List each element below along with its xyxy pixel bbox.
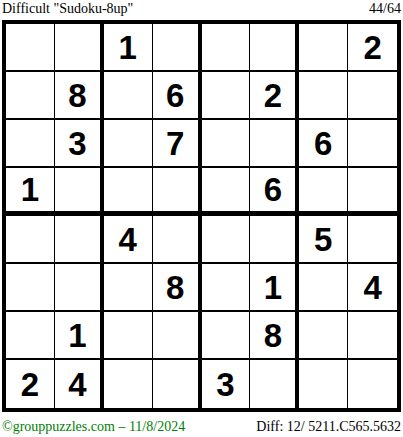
cell-r3c2-given-3: 3 — [55, 120, 104, 168]
cell-r1c4-empty[interactable] — [153, 24, 202, 72]
cell-r8c4-empty[interactable] — [153, 360, 202, 408]
cell-r8c7-empty[interactable] — [299, 360, 348, 408]
cell-r5c1-empty[interactable] — [6, 216, 55, 264]
cell-r6c1-empty[interactable] — [6, 264, 55, 312]
cell-r7c3-empty[interactable] — [104, 312, 153, 360]
cell-r2c6-given-2: 2 — [250, 72, 299, 120]
cell-r8c5-given-3: 3 — [202, 360, 251, 408]
cell-r5c5-empty[interactable] — [202, 216, 251, 264]
cell-r3c5-empty[interactable] — [202, 120, 251, 168]
cell-r5c4-empty[interactable] — [153, 216, 202, 264]
cell-r7c6-given-8: 8 — [250, 312, 299, 360]
cell-r5c3-given-4: 4 — [104, 216, 153, 264]
cell-r2c4-given-6: 6 — [153, 72, 202, 120]
cell-r2c5-empty[interactable] — [202, 72, 251, 120]
cell-r1c2-empty[interactable] — [55, 24, 104, 72]
cell-r4c8-empty[interactable] — [348, 168, 397, 216]
cell-r6c2-empty[interactable] — [55, 264, 104, 312]
cell-r2c1-empty[interactable] — [6, 72, 55, 120]
footer: ©grouppuzzles.com – 11/8/2024 Diff: 12/ … — [0, 419, 403, 435]
cell-r2c3-empty[interactable] — [104, 72, 153, 120]
cell-r1c6-empty[interactable] — [250, 24, 299, 72]
cell-r5c6-empty[interactable] — [250, 216, 299, 264]
cell-r7c5-empty[interactable] — [202, 312, 251, 360]
copyright-text: ©grouppuzzles.com – 11/8/2024 — [2, 419, 185, 435]
cell-r4c3-empty[interactable] — [104, 168, 153, 216]
cell-r4c2-empty[interactable] — [55, 168, 104, 216]
cell-r5c2-empty[interactable] — [55, 216, 104, 264]
cell-r8c1-given-2: 2 — [6, 360, 55, 408]
difficulty-text: Diff: 12/ 5211.C565.5632 — [256, 419, 401, 435]
cell-r2c2-given-8: 8 — [55, 72, 104, 120]
cell-r3c8-empty[interactable] — [348, 120, 397, 168]
cell-r6c8-given-4: 4 — [348, 264, 397, 312]
cell-r3c4-given-7: 7 — [153, 120, 202, 168]
cell-r8c2-given-4: 4 — [55, 360, 104, 408]
puzzle-number: 44/64 — [369, 1, 401, 17]
sudoku-page: Difficult "Sudoku-8up" 44/64 12862376164… — [0, 0, 403, 437]
cell-r6c4-given-8: 8 — [153, 264, 202, 312]
cell-r7c1-empty[interactable] — [6, 312, 55, 360]
cell-r7c2-given-1: 1 — [55, 312, 104, 360]
cell-r3c6-empty[interactable] — [250, 120, 299, 168]
cell-r8c6-empty[interactable] — [250, 360, 299, 408]
cell-r5c7-given-5: 5 — [299, 216, 348, 264]
cell-r6c3-empty[interactable] — [104, 264, 153, 312]
cell-r3c7-given-6: 6 — [299, 120, 348, 168]
cell-r3c3-empty[interactable] — [104, 120, 153, 168]
cell-r2c8-empty[interactable] — [348, 72, 397, 120]
cell-r1c3-given-1: 1 — [104, 24, 153, 72]
cell-r1c7-empty[interactable] — [299, 24, 348, 72]
header: Difficult "Sudoku-8up" 44/64 — [0, 0, 403, 20]
cell-r6c6-given-1: 1 — [250, 264, 299, 312]
cell-r4c7-empty[interactable] — [299, 168, 348, 216]
cell-r6c7-empty[interactable] — [299, 264, 348, 312]
cell-r1c5-empty[interactable] — [202, 24, 251, 72]
cell-r4c1-given-1: 1 — [6, 168, 55, 216]
cell-r2c7-empty[interactable] — [299, 72, 348, 120]
cell-r8c3-empty[interactable] — [104, 360, 153, 408]
cell-r4c6-given-6: 6 — [250, 168, 299, 216]
cell-r6c5-empty[interactable] — [202, 264, 251, 312]
cell-r5c8-empty[interactable] — [348, 216, 397, 264]
cell-r4c5-empty[interactable] — [202, 168, 251, 216]
cell-r8c8-empty[interactable] — [348, 360, 397, 408]
cell-r3c1-empty[interactable] — [6, 120, 55, 168]
cell-r7c8-empty[interactable] — [348, 312, 397, 360]
cell-r1c1-empty[interactable] — [6, 24, 55, 72]
cell-r7c7-empty[interactable] — [299, 312, 348, 360]
cell-r4c4-empty[interactable] — [153, 168, 202, 216]
sudoku-board: 12862376164581418243 — [2, 20, 401, 412]
cell-r7c4-empty[interactable] — [153, 312, 202, 360]
cell-r1c8-given-2: 2 — [348, 24, 397, 72]
puzzle-title: Difficult "Sudoku-8up" — [2, 1, 133, 17]
